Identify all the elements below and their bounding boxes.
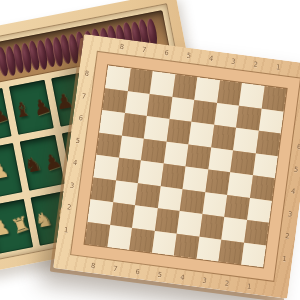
square [189,122,214,147]
square [172,74,197,99]
coordinate-label: 4 [291,188,296,196]
coordinate-label: 4 [208,55,213,63]
coordinate-label: 4 [72,159,77,167]
square [250,175,275,200]
board-squares [85,65,287,267]
coordinate-label: 5 [157,271,162,279]
square [105,65,130,90]
square [177,211,202,236]
square [147,94,172,119]
square [217,80,242,105]
square [233,128,258,153]
square [129,227,154,252]
light-rook-piece: ♜ [9,213,32,238]
square [169,97,194,122]
square [202,192,227,217]
coordinate-label: 1 [64,226,69,234]
coordinate-label: 3 [288,210,293,218]
square [125,91,150,116]
square [127,68,152,93]
square [214,102,239,127]
square [218,239,243,264]
square [166,119,191,144]
coordinate-label: 3 [231,57,236,65]
coordinate-label: 1 [282,255,287,263]
product-photo-scene: ♟♟♝♟♟♟♞♝♟♟♞♟♜♟♛♚♟♜♞♟♝♟♟♛ 87654321 876543… [0,0,300,300]
square [194,77,219,102]
coordinate-label: 5 [186,52,191,60]
compartment-cell: ♝♟ [9,80,54,135]
square [154,208,179,233]
square [88,199,113,224]
square [247,198,272,223]
dark-pawn-piece: ♟ [29,94,52,119]
square [152,230,177,255]
square [141,138,166,163]
square [85,222,110,247]
coordinate-label: 5 [75,137,80,145]
square [102,88,127,113]
square [180,189,205,214]
square [236,105,261,130]
square [183,166,208,191]
dark-pawn-piece: ♟ [40,150,63,175]
compartment-cell: ♞♟ [20,135,65,190]
coordinate-label: 3 [70,181,75,189]
square [144,116,169,141]
coordinate-label: 2 [285,232,290,240]
coordinate-label: 6 [164,49,169,57]
coordinate-label: 8 [119,43,124,51]
coordinate-label: 2 [253,60,258,68]
square [132,205,157,230]
coordinate-label: 6 [135,268,140,276]
coordinate-label: 2 [67,204,72,212]
square [113,180,138,205]
coordinate-label: 7 [113,265,118,273]
coordinate-label: 2 [224,280,229,288]
square [244,220,269,245]
square [138,161,163,186]
square [230,150,255,175]
square [122,113,147,138]
coordinate-label: 5 [294,165,299,173]
square [196,236,221,261]
square [211,125,236,150]
square [160,163,185,188]
coordinate-label: 6 [78,114,83,122]
coordinate-label: 1 [247,282,252,290]
square [135,183,160,208]
coordinate-label: 8 [90,262,95,270]
coordinate-label: 8 [84,70,89,78]
dark-pawn-piece: ♟ [0,102,11,127]
square [199,214,224,239]
coordinate-label: 7 [81,92,86,100]
square [205,169,230,194]
light-pawn-piece: ♟ [0,159,11,182]
coordinate-label: 1 [275,63,280,71]
compartment-cell: ♟ [0,143,22,198]
square [110,202,135,227]
board-border-inlay [71,52,300,281]
square [191,99,216,124]
coordinate-label: 7 [299,121,300,129]
square [258,108,283,133]
compartment-cell: ♟♟ [0,88,12,143]
square [96,132,121,157]
square [208,147,233,172]
square [163,141,188,166]
square [227,172,252,197]
square [255,131,280,156]
coordinate-label: 6 [296,143,300,151]
square [239,83,264,108]
square [261,86,286,111]
square [241,242,266,267]
square [90,177,115,202]
square [253,153,278,178]
square [174,233,199,258]
square [221,217,246,242]
square [150,71,175,96]
compartment-cell: ♟♜ [0,199,33,254]
square [224,195,249,220]
chess-board: 87654321 87654321 87654321 87654321 [53,34,300,299]
coordinate-label: 7 [142,46,147,54]
coordinate-label: 3 [202,277,207,285]
coordinate-label: 4 [180,274,185,282]
square [107,225,132,250]
square [157,186,182,211]
square [99,110,124,135]
square [116,158,141,183]
square [186,144,211,169]
square [93,155,118,180]
square [119,135,144,160]
